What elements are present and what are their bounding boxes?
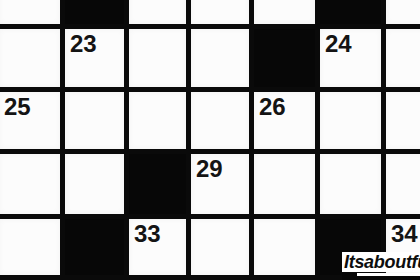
cell-r2c6[interactable] — [386, 92, 420, 149]
cell-r1c0[interactable] — [0, 29, 60, 87]
cell-r0c5-block — [320, 0, 381, 24]
cell-r3c0[interactable] — [0, 154, 60, 214]
cell-r3c5[interactable] — [320, 154, 381, 214]
cell-r4c0[interactable] — [0, 219, 60, 275]
watermark-underbar — [342, 273, 420, 280]
cell-r0c1-block — [65, 0, 124, 24]
cell-r2c0[interactable]: 25 — [0, 92, 60, 149]
cell-r4c3[interactable] — [191, 219, 249, 275]
cell-r1c6[interactable] — [386, 29, 420, 87]
cell-r3c6[interactable] — [386, 154, 420, 214]
cell-r3c2-block — [129, 154, 186, 214]
cell-r1c1[interactable]: 23 — [65, 29, 124, 87]
clue-number-25: 25 — [4, 95, 31, 119]
cell-r1c4-block — [254, 29, 315, 87]
cell-r3c4[interactable] — [254, 154, 315, 214]
crossword-screenshot: 23242526293334 Itsaboutfutu — [0, 0, 420, 280]
crossword-board: 23242526293334 — [0, 0, 420, 280]
clue-number-29: 29 — [196, 157, 223, 181]
cell-r3c1[interactable] — [65, 154, 124, 214]
clue-number-34: 34 — [391, 222, 418, 246]
watermark-underline — [357, 273, 420, 276]
clue-number-26: 26 — [259, 95, 286, 119]
cell-r0c3[interactable] — [191, 0, 249, 24]
cell-r0c4[interactable] — [254, 0, 315, 24]
watermark: Itsaboutfutu — [342, 252, 420, 280]
cell-r2c4[interactable]: 26 — [254, 92, 315, 149]
cell-r0c2[interactable] — [129, 0, 186, 24]
cell-r4c2[interactable]: 33 — [129, 219, 186, 275]
cell-r1c5[interactable]: 24 — [320, 29, 381, 87]
cell-r0c6[interactable] — [386, 0, 420, 24]
cell-r2c1[interactable] — [65, 92, 124, 149]
cell-r3c3[interactable]: 29 — [191, 154, 249, 214]
cell-r0c0[interactable] — [0, 0, 60, 24]
cell-r2c5[interactable] — [320, 92, 381, 149]
cell-r2c3[interactable] — [191, 92, 249, 149]
cell-r1c3[interactable] — [191, 29, 249, 87]
clue-number-33: 33 — [134, 222, 161, 246]
watermark-band: Itsaboutfutu — [342, 252, 420, 272]
cell-r4c4[interactable] — [254, 219, 315, 275]
watermark-text: Itsaboutfutu — [342, 252, 420, 272]
clue-number-23: 23 — [70, 32, 97, 56]
clue-number-24: 24 — [325, 32, 352, 56]
cell-r1c2[interactable] — [129, 29, 186, 87]
cell-r2c2[interactable] — [129, 92, 186, 149]
cell-r4c1-block — [65, 219, 124, 275]
